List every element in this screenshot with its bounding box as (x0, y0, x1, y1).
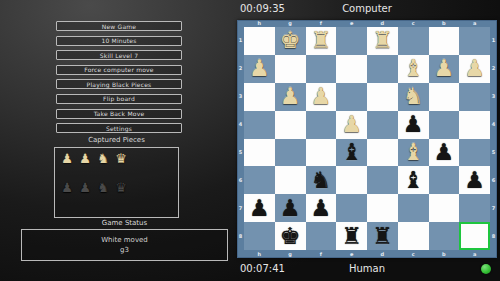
square-c4[interactable]: ♟ (398, 111, 429, 139)
rank-label-3: 3 (490, 83, 497, 111)
rank-label-5: 5 (237, 139, 244, 167)
square-f5[interactable] (306, 139, 337, 167)
white-bishop-c2: ♝ (403, 57, 424, 80)
white-pawn-f3: ♟ (311, 85, 332, 108)
black-bishop-e5: ♝ (341, 141, 362, 164)
rank-label-8: 8 (237, 222, 244, 250)
square-b5[interactable]: ♟ (429, 139, 460, 167)
square-d1[interactable]: ♜ (367, 27, 398, 55)
captured-white-pawn: ♟ (60, 152, 74, 166)
rank-label-4: 4 (490, 111, 497, 139)
board-region: 00:09:35 Computer hgfedcba hgfedcba 1234… (230, 0, 500, 281)
square-c6[interactable]: ♝ (398, 166, 429, 194)
square-f3[interactable]: ♟ (306, 83, 337, 111)
rank-label-3: 3 (237, 83, 244, 111)
black-rook-d8: ♜ (372, 225, 393, 248)
rank-label-4: 4 (237, 111, 244, 139)
square-e7[interactable] (336, 194, 367, 222)
white-knight-c3: ♞ (403, 85, 424, 108)
square-c2[interactable]: ♝ (398, 55, 429, 83)
file-label-h: h (244, 20, 275, 27)
white-rook-f1: ♜ (311, 29, 332, 52)
square-b2[interactable]: ♟ (429, 55, 460, 83)
square-d3[interactable] (367, 83, 398, 111)
black-pawn-a6: ♟ (464, 169, 485, 192)
square-e2[interactable] (336, 55, 367, 83)
square-h4[interactable] (244, 111, 275, 139)
white-pawn-b2: ♟ (434, 57, 455, 80)
square-h2[interactable]: ♟ (244, 55, 275, 83)
square-c3[interactable]: ♞ (398, 83, 429, 111)
new-game-button[interactable]: New Game (56, 21, 182, 31)
rank-label-7: 7 (237, 194, 244, 222)
captured-black-pawn: ♟ (60, 181, 74, 195)
file-labels-top: hgfedcba (244, 20, 490, 27)
square-f7[interactable]: ♟ (306, 194, 337, 222)
square-g1[interactable]: ♚ (275, 27, 306, 55)
file-label-g: g (275, 20, 306, 27)
file-labels-bottom: hgfedcba (244, 250, 490, 258)
game-status-box: White moved g3 (21, 229, 228, 261)
square-g2[interactable] (275, 55, 306, 83)
square-b1[interactable] (429, 27, 460, 55)
rank-label-5: 5 (490, 139, 497, 167)
rank-labels-right: 12345678 (490, 27, 497, 250)
flip-board-button[interactable]: Flip board (56, 94, 182, 104)
square-f4[interactable] (306, 111, 337, 139)
square-g5[interactable] (275, 139, 306, 167)
square-a7[interactable] (459, 194, 490, 222)
square-h3[interactable] (244, 83, 275, 111)
rank-label-7: 7 (490, 194, 497, 222)
black-pawn-f7: ♟ (311, 197, 332, 220)
white-bishop-c5: ♝ (403, 141, 424, 164)
board-grid: ♚♜♜♟♝♟♟♟♟♞♟♟♝♝♟♞♝♟♟♟♟♚♜♜ (244, 27, 490, 250)
square-b6[interactable] (429, 166, 460, 194)
square-c8[interactable] (398, 222, 429, 250)
file-label-h: h (244, 250, 275, 258)
square-a3[interactable] (459, 83, 490, 111)
playing-side-button[interactable]: Playing Black Pieces (56, 79, 182, 89)
human-label: Human (237, 263, 497, 274)
square-h6[interactable] (244, 166, 275, 194)
square-h1[interactable] (244, 27, 275, 55)
sidebar-menu: New Game 10 Minutes Skill Level 7 Force … (56, 21, 182, 138)
square-e1[interactable] (336, 27, 367, 55)
rank-label-2: 2 (490, 55, 497, 83)
file-label-e: e (336, 20, 367, 27)
white-rook-d1: ♜ (372, 29, 393, 52)
square-f2[interactable] (306, 55, 337, 83)
file-label-b: b (429, 20, 460, 27)
rank-label-6: 6 (490, 166, 497, 194)
captured-pieces-box: ♟♟♞♛ ♟♟♞♛ (54, 147, 179, 218)
captured-black-queen: ♛ (114, 181, 128, 195)
square-a6[interactable]: ♟ (459, 166, 490, 194)
square-e6[interactable] (336, 166, 367, 194)
white-pawn-a2: ♟ (464, 57, 485, 80)
black-pawn-c4: ♟ (403, 113, 424, 136)
rank-label-1: 1 (237, 27, 244, 55)
file-label-c: c (398, 20, 429, 27)
square-h5[interactable] (244, 139, 275, 167)
square-h8[interactable] (244, 222, 275, 250)
square-d5[interactable] (367, 139, 398, 167)
file-label-a: a (459, 250, 490, 258)
square-d4[interactable] (367, 111, 398, 139)
white-pawn-g3: ♟ (280, 85, 301, 108)
time-control-button[interactable]: 10 Minutes (56, 36, 182, 46)
square-g7[interactable]: ♟ (275, 194, 306, 222)
captured-pieces-title: Captured Pieces (54, 136, 179, 144)
square-a2[interactable]: ♟ (459, 55, 490, 83)
black-rook-e8: ♜ (341, 225, 362, 248)
rank-label-8: 8 (490, 222, 497, 250)
file-label-d: d (367, 250, 398, 258)
square-c1[interactable] (398, 27, 429, 55)
captured-black-knight: ♞ (96, 181, 110, 195)
square-d2[interactable] (367, 55, 398, 83)
status-line1: White moved (22, 235, 227, 245)
file-label-f: f (306, 250, 337, 258)
square-b8[interactable] (429, 222, 460, 250)
black-pawn-b5: ♟ (434, 141, 455, 164)
square-b4[interactable] (429, 111, 460, 139)
file-label-a: a (459, 20, 490, 27)
square-f8[interactable] (306, 222, 337, 250)
black-pawn-h7: ♟ (249, 197, 270, 220)
file-label-g: g (275, 250, 306, 258)
square-a8[interactable] (459, 222, 490, 250)
file-label-c: c (398, 250, 429, 258)
status-line2: g3 (22, 245, 227, 255)
square-h7[interactable]: ♟ (244, 194, 275, 222)
square-b3[interactable] (429, 83, 460, 111)
settings-button[interactable]: Settings (56, 123, 182, 133)
square-b7[interactable] (429, 194, 460, 222)
captured-white-queen: ♛ (114, 152, 128, 166)
square-f6[interactable]: ♞ (306, 166, 337, 194)
captured-black-pieces: ♟♟♞♛ (55, 181, 178, 195)
square-c5[interactable]: ♝ (398, 139, 429, 167)
computer-label: Computer (237, 3, 497, 14)
square-f1[interactable]: ♜ (306, 27, 337, 55)
square-d6[interactable] (367, 166, 398, 194)
captured-black-pawn: ♟ (78, 181, 92, 195)
square-g6[interactable] (275, 166, 306, 194)
game-status-title: Game Status (21, 219, 228, 227)
square-g4[interactable] (275, 111, 306, 139)
square-e8[interactable]: ♜ (336, 222, 367, 250)
chess-board: hgfedcba hgfedcba 12345678 12345678 ♚♜♜♟… (237, 20, 497, 258)
square-a4[interactable] (459, 111, 490, 139)
black-bishop-c6: ♝ (403, 169, 424, 192)
force-computer-move-button[interactable]: Force computer move (56, 65, 182, 75)
skill-level-button[interactable]: Skill Level 7 (56, 50, 182, 60)
file-label-e: e (336, 250, 367, 258)
square-e5[interactable]: ♝ (336, 139, 367, 167)
take-back-move-button[interactable]: Take Back Move (56, 109, 182, 119)
white-pawn-h2: ♟ (249, 57, 270, 80)
white-pawn-e4: ♟ (341, 113, 362, 136)
square-g8[interactable]: ♚ (275, 222, 306, 250)
turn-indicator (481, 264, 491, 274)
rank-label-1: 1 (490, 27, 497, 55)
captured-white-pawn: ♟ (78, 152, 92, 166)
rank-label-2: 2 (237, 55, 244, 83)
square-a5[interactable] (459, 139, 490, 167)
white-king-g1: ♚ (280, 29, 301, 52)
file-label-f: f (306, 20, 337, 27)
square-a1[interactable] (459, 27, 490, 55)
captured-white-pieces: ♟♟♞♛ (55, 152, 178, 166)
square-g3[interactable]: ♟ (275, 83, 306, 111)
black-knight-f6: ♞ (311, 169, 332, 192)
black-pawn-g7: ♟ (280, 197, 301, 220)
file-label-b: b (429, 250, 460, 258)
square-d7[interactable] (367, 194, 398, 222)
file-label-d: d (367, 20, 398, 27)
rank-labels-left: 12345678 (237, 27, 244, 250)
rank-label-6: 6 (237, 166, 244, 194)
square-e4[interactable]: ♟ (336, 111, 367, 139)
captured-white-knight: ♞ (96, 152, 110, 166)
square-d8[interactable]: ♜ (367, 222, 398, 250)
black-king-g8: ♚ (280, 225, 301, 248)
square-c7[interactable] (398, 194, 429, 222)
square-e3[interactable] (336, 83, 367, 111)
